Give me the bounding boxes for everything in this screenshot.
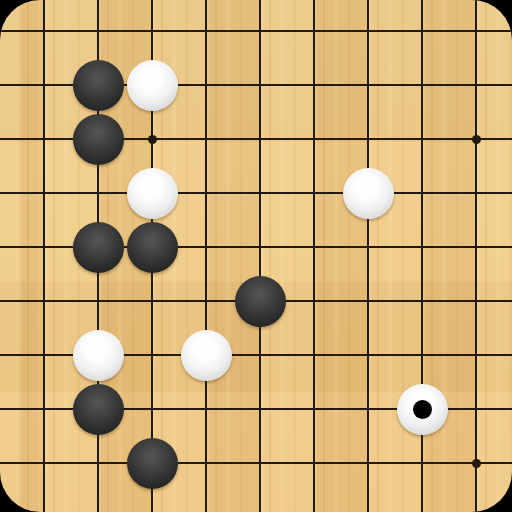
white-stone (343, 168, 394, 219)
go-board[interactable] (0, 0, 512, 512)
grid-line-horizontal (0, 192, 512, 194)
grid-line-vertical (367, 0, 369, 512)
black-stone (73, 222, 124, 273)
black-stone (235, 276, 286, 327)
white-stone (73, 330, 124, 381)
grid-line-vertical (313, 0, 315, 512)
black-stone (73, 114, 124, 165)
grid-line-vertical (259, 0, 261, 512)
white-stone (127, 168, 178, 219)
grid-line-vertical (475, 0, 477, 512)
black-stone (127, 438, 178, 489)
grid-line-horizontal (0, 30, 512, 32)
last-move-marker (413, 400, 432, 419)
grid-line-vertical (43, 0, 45, 512)
white-stone (181, 330, 232, 381)
star-point (148, 135, 157, 144)
white-stone (127, 60, 178, 111)
grid-line-horizontal (0, 462, 512, 464)
white-stone (397, 384, 448, 435)
black-stone (127, 222, 178, 273)
grid-line-vertical (205, 0, 207, 512)
black-stone (73, 60, 124, 111)
star-point (472, 135, 481, 144)
star-point (472, 459, 481, 468)
black-stone (73, 384, 124, 435)
grid-line-vertical (421, 0, 423, 512)
